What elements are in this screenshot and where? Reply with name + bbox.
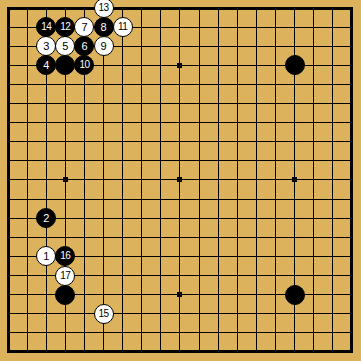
grid-line-vertical xyxy=(332,7,333,354)
star-point xyxy=(292,177,297,182)
star-point xyxy=(177,177,182,182)
grid-line-horizontal xyxy=(7,218,354,219)
stone-move-number: 10 xyxy=(79,60,89,70)
stone-black-handicap xyxy=(55,285,75,305)
grid-line-vertical xyxy=(218,7,219,354)
stone-black-move-2: 2 xyxy=(36,208,56,228)
stone-black-move-16: 16 xyxy=(55,246,75,266)
stone-move-number: 11 xyxy=(118,22,127,32)
stone-black-move-8: 8 xyxy=(94,17,114,37)
grid-line-horizontal xyxy=(7,332,354,333)
stone-move-number: 1 xyxy=(43,250,49,261)
stone-move-number: 12 xyxy=(60,22,70,32)
grid-line-horizontal xyxy=(7,313,354,314)
stone-white-move-11: 11 xyxy=(113,17,133,37)
grid-line-vertical xyxy=(350,7,353,354)
stone-move-number: 7 xyxy=(81,21,87,32)
stone-black-move-14: 14 xyxy=(36,17,56,37)
star-point xyxy=(177,292,182,297)
stone-move-number: 9 xyxy=(100,40,106,51)
grid-line-vertical xyxy=(199,7,200,354)
stone-white-move-7: 7 xyxy=(74,17,94,37)
stone-move-number: 4 xyxy=(43,59,49,70)
stone-move-number: 16 xyxy=(60,251,70,261)
stone-move-number: 2 xyxy=(43,212,49,223)
stone-white-move-3: 3 xyxy=(36,36,56,56)
stone-white-move-13: 13 xyxy=(94,0,114,18)
stone-move-number: 3 xyxy=(43,40,49,51)
stone-black-handicap xyxy=(285,55,305,75)
stone-move-number: 8 xyxy=(100,21,106,32)
stone-black-move-4: 4 xyxy=(36,55,56,75)
grid-line-horizontal xyxy=(7,199,354,200)
grid-line-horizontal xyxy=(7,237,354,238)
star-point xyxy=(63,177,68,182)
stone-move-number: 13 xyxy=(98,3,108,13)
stone-black-handicap xyxy=(285,285,305,305)
stone-move-number: 14 xyxy=(41,22,51,32)
grid-line-vertical xyxy=(237,7,238,354)
grid-line-vertical xyxy=(275,7,276,354)
grid-line-horizontal xyxy=(7,350,354,353)
grid-line-vertical xyxy=(313,7,314,354)
stone-move-number: 15 xyxy=(98,308,108,318)
grid-line-vertical xyxy=(256,7,257,354)
stone-black-move-10: 10 xyxy=(74,55,94,75)
stone-black-move-6: 6 xyxy=(74,36,94,56)
star-point xyxy=(177,63,182,68)
stone-white-move-15: 15 xyxy=(94,304,114,324)
stone-white-move-9: 9 xyxy=(94,36,114,56)
stone-white-move-17: 17 xyxy=(55,266,75,286)
stone-black-handicap xyxy=(55,55,75,75)
stone-white-move-1: 1 xyxy=(36,246,56,266)
stone-move-number: 17 xyxy=(60,270,70,280)
stone-white-move-5: 5 xyxy=(55,36,75,56)
go-board: 1234567891011121314151617 xyxy=(0,0,361,361)
stone-move-number: 6 xyxy=(81,40,87,51)
stone-move-number: 5 xyxy=(62,40,68,51)
stone-black-move-12: 12 xyxy=(55,17,75,37)
